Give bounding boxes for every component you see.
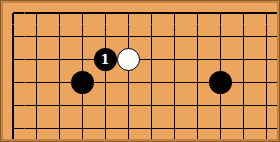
intersection-C18: [48, 25, 71, 48]
intersection-G19: [140, 2, 163, 25]
intersection-M15: [255, 94, 278, 117]
intersection-K15: [209, 94, 232, 117]
intersection-D15: [71, 94, 94, 117]
intersection-C17: [48, 48, 71, 71]
intersection-A18: [2, 25, 25, 48]
intersection-E14: [94, 117, 117, 140]
intersection-G18: [140, 25, 163, 48]
intersection-K16: [209, 71, 232, 94]
intersection-F16: [117, 71, 140, 94]
intersection-A17: [2, 48, 25, 71]
go-board: 1: [1, 1, 279, 141]
intersection-M18: [255, 25, 278, 48]
intersection-A16: [2, 71, 25, 94]
intersection-A15: [2, 94, 25, 117]
intersection-B14: [25, 117, 48, 140]
intersection-D14: [71, 117, 94, 140]
intersection-M16: [255, 71, 278, 94]
intersection-L16: [232, 71, 255, 94]
intersection-H17: [163, 48, 186, 71]
intersection-G15: [140, 94, 163, 117]
intersection-B18: [25, 25, 48, 48]
intersection-C16: [48, 71, 71, 94]
intersection-L15: [232, 94, 255, 117]
intersection-H19: [163, 2, 186, 25]
intersection-K18: [209, 25, 232, 48]
intersection-B16: [25, 71, 48, 94]
intersection-H16: [163, 71, 186, 94]
intersection-L19: [232, 2, 255, 25]
black-stone-move-1: 1: [94, 48, 117, 71]
intersection-C19: [48, 2, 71, 25]
intersection-F15: [117, 94, 140, 117]
intersection-M17: [255, 48, 278, 71]
diagram-frame: 1: [0, 0, 280, 142]
intersection-F19: [117, 2, 140, 25]
intersection-B17: [25, 48, 48, 71]
intersection-M14: [255, 117, 278, 140]
intersection-F18: [117, 25, 140, 48]
intersection-A19: [2, 2, 25, 25]
go-grid: 1: [2, 2, 278, 140]
intersection-B19: [25, 2, 48, 25]
intersection-E17: 1: [94, 48, 117, 71]
intersection-J14: [186, 117, 209, 140]
intersection-F17: [117, 48, 140, 71]
intersection-D19: [71, 2, 94, 25]
white-stone: [117, 48, 140, 71]
black-stone: [209, 71, 232, 94]
intersection-H18: [163, 25, 186, 48]
intersection-L17: [232, 48, 255, 71]
intersection-C14: [48, 117, 71, 140]
intersection-G17: [140, 48, 163, 71]
intersection-J19: [186, 2, 209, 25]
intersection-L18: [232, 25, 255, 48]
intersection-K14: [209, 117, 232, 140]
intersection-D16: [71, 71, 94, 94]
intersection-K19: [209, 2, 232, 25]
intersection-E19: [94, 2, 117, 25]
intersection-K17: [209, 48, 232, 71]
intersection-D17: [71, 48, 94, 71]
intersection-E15: [94, 94, 117, 117]
intersection-A14: [2, 117, 25, 140]
intersection-H15: [163, 94, 186, 117]
intersection-J15: [186, 94, 209, 117]
intersection-G16: [140, 71, 163, 94]
intersection-G14: [140, 117, 163, 140]
intersection-B15: [25, 94, 48, 117]
intersection-E18: [94, 25, 117, 48]
intersection-E16: [94, 71, 117, 94]
black-stone: [71, 71, 94, 94]
intersection-M19: [255, 2, 278, 25]
intersection-D18: [71, 25, 94, 48]
intersection-J17: [186, 48, 209, 71]
intersection-L14: [232, 117, 255, 140]
intersection-C15: [48, 94, 71, 117]
intersection-J18: [186, 25, 209, 48]
intersection-H14: [163, 117, 186, 140]
intersection-F14: [117, 117, 140, 140]
intersection-J16: [186, 71, 209, 94]
